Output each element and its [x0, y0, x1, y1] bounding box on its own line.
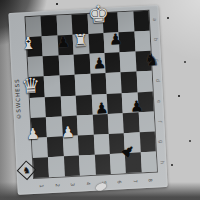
right-label-f: f: [150, 117, 171, 126]
square-e3: [92, 114, 108, 135]
square-c1: [64, 155, 80, 176]
square-e8: [87, 13, 103, 34]
square-f6: [104, 53, 120, 74]
square-b6: [43, 56, 59, 77]
square-a7: [27, 36, 43, 57]
square-c5: [59, 75, 75, 96]
square-d7: [73, 34, 89, 55]
right-label-g: g: [151, 137, 172, 146]
square-e7: [88, 33, 104, 54]
square-e4: [91, 94, 107, 115]
chess-board: ©SWCHESS ♚♝♟♜♟♟♞♛♟♟♟♟♟ 12345678 abcdefgh…: [8, 5, 167, 195]
square-a3: [31, 117, 47, 138]
square-f8: [102, 12, 118, 33]
bottom-label-8: 8: [145, 172, 157, 188]
square-e6: [89, 53, 105, 74]
bottom-label-7: 7: [129, 173, 141, 189]
square-g5: [121, 72, 137, 93]
square-e2: [93, 134, 109, 155]
square-d5: [75, 74, 91, 95]
square-d2: [78, 135, 94, 156]
square-f2: [109, 133, 125, 154]
right-label-e: e: [149, 96, 170, 105]
right-label-a: a: [144, 15, 165, 24]
square-f7: [103, 32, 119, 53]
square-a8: [26, 16, 42, 37]
square-e5: [90, 73, 106, 94]
square-g4: [122, 92, 138, 113]
square-b3: [46, 116, 62, 137]
square-c6: [58, 55, 74, 76]
square-c2: [63, 135, 79, 156]
square-b7: [42, 36, 58, 57]
right-label-h: h: [152, 157, 173, 166]
square-d8: [72, 14, 88, 35]
square-b4: [45, 96, 61, 117]
photo-background: ©SWCHESS ♚♝♟♜♟♟♞♛♟♟♟♟♟ 12345678 abcdefgh…: [0, 0, 200, 200]
square-d1: [79, 155, 95, 176]
square-f3: [108, 113, 124, 134]
square-g3: [123, 112, 139, 133]
board-grid: [25, 10, 158, 179]
square-e1: [94, 154, 110, 175]
square-c7: [57, 35, 73, 56]
square-b2: [47, 136, 63, 157]
square-b1: [48, 156, 64, 177]
square-g2: [124, 132, 140, 153]
square-c8: [56, 15, 72, 36]
square-f5: [106, 73, 122, 94]
bottom-label-2: 2: [51, 177, 63, 193]
bottom-label-4: 4: [82, 176, 94, 192]
right-label-d: d: [148, 76, 169, 85]
square-d6: [74, 54, 90, 75]
square-c4: [60, 95, 76, 116]
square-b5: [44, 76, 60, 97]
square-a4: [30, 97, 46, 118]
square-f4: [107, 93, 123, 114]
square-a6: [28, 57, 44, 78]
bottom-label-3: 3: [67, 176, 79, 192]
bottom-label-6: 6: [113, 174, 125, 190]
square-a2: [32, 137, 48, 158]
square-g1: [125, 152, 141, 173]
square-g6: [120, 52, 136, 73]
square-d4: [76, 94, 92, 115]
square-c3: [62, 115, 78, 136]
square-d3: [77, 114, 93, 135]
square-a5: [29, 77, 45, 98]
square-b8: [41, 16, 57, 37]
right-label-b: b: [146, 35, 167, 44]
knight-icon: ♞: [16, 160, 37, 181]
square-f1: [110, 153, 126, 174]
square-g7: [119, 32, 135, 53]
square-g8: [118, 12, 134, 33]
right-label-c: c: [147, 56, 168, 65]
board-brand-text: ©SWCHESS: [13, 56, 26, 140]
board-logo: ♞: [16, 158, 37, 183]
